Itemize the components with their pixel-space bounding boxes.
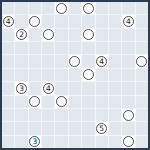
cell-r0c3[interactable] (42, 2, 54, 14)
cell-r1c0[interactable]: 4 (2, 15, 14, 27)
cell-r8c1[interactable] (15, 109, 27, 121)
cell-r8c8[interactable] (109, 109, 121, 121)
cell-r2c6[interactable] (82, 29, 94, 41)
cell-r5c5[interactable] (69, 69, 81, 81)
circle-clue (123, 110, 134, 121)
numbered-circle-clue: 5 (96, 123, 107, 134)
cell-r3c1[interactable] (15, 42, 27, 54)
cell-r8c4[interactable] (55, 109, 67, 121)
cell-r3c9[interactable] (122, 42, 134, 54)
cell-r3c6[interactable] (82, 42, 94, 54)
circle-clue (136, 56, 147, 67)
cell-r0c10[interactable] (136, 2, 148, 14)
cell-r7c10[interactable] (136, 96, 148, 108)
cell-r6c3[interactable]: 4 (42, 82, 54, 94)
cell-r9c8[interactable] (109, 122, 121, 134)
cell-r0c2[interactable] (29, 2, 41, 14)
cell-r8c2[interactable] (29, 109, 41, 121)
cell-r5c3[interactable] (42, 69, 54, 81)
cell-r8c9[interactable] (122, 109, 134, 121)
cell-r7c6[interactable] (82, 96, 94, 108)
cell-r1c3[interactable] (42, 15, 54, 27)
cell-r6c7[interactable] (96, 82, 108, 94)
cell-r4c4[interactable] (55, 55, 67, 67)
circle-clue (83, 3, 94, 14)
cell-r8c5[interactable] (69, 109, 81, 121)
cell-r4c0[interactable] (2, 55, 14, 67)
cell-r6c8[interactable] (109, 82, 121, 94)
cell-r1c5[interactable] (69, 15, 81, 27)
numbered-circle-clue: 3 (29, 136, 40, 147)
cell-r5c8[interactable] (109, 69, 121, 81)
cell-r2c5[interactable] (69, 29, 81, 41)
cell-r4c10[interactable] (136, 55, 148, 67)
cell-r3c8[interactable] (109, 42, 121, 54)
circle-clue (56, 96, 67, 107)
cell-r10c8[interactable] (109, 136, 121, 148)
cell-r4c6[interactable] (82, 55, 94, 67)
cell-r3c7[interactable] (96, 42, 108, 54)
cell-r1c4[interactable] (55, 15, 67, 27)
circle-clue (69, 56, 80, 67)
cell-r10c2[interactable]: 3 (29, 136, 41, 148)
cell-r5c7[interactable] (96, 69, 108, 81)
cell-r0c9[interactable] (122, 2, 134, 14)
cell-r9c3[interactable] (42, 122, 54, 134)
cell-r6c10[interactable] (136, 82, 148, 94)
cell-r9c10[interactable] (136, 122, 148, 134)
cell-r9c2[interactable] (29, 122, 41, 134)
cell-r3c2[interactable] (29, 42, 41, 54)
cell-r2c9[interactable] (122, 29, 134, 41)
cell-r5c1[interactable] (15, 69, 27, 81)
cell-r8c10[interactable] (136, 109, 148, 121)
cell-r3c4[interactable] (55, 42, 67, 54)
cell-r4c3[interactable] (42, 55, 54, 67)
cell-r2c10[interactable] (136, 29, 148, 41)
cell-r0c7[interactable] (96, 2, 108, 14)
cell-r6c1[interactable]: 3 (15, 82, 27, 94)
cell-r2c2[interactable] (29, 29, 41, 41)
cell-r0c5[interactable] (69, 2, 81, 14)
cell-r0c0[interactable] (2, 2, 14, 14)
circle-clue (83, 29, 94, 40)
cell-r8c0[interactable] (2, 109, 14, 121)
cell-r5c9[interactable] (122, 69, 134, 81)
cell-r5c4[interactable] (55, 69, 67, 81)
cell-r1c6[interactable] (82, 15, 94, 27)
cell-r4c5[interactable] (69, 55, 81, 67)
cell-r9c4[interactable] (55, 122, 67, 134)
cell-r0c4[interactable] (55, 2, 67, 14)
cell-r7c9[interactable] (122, 96, 134, 108)
cell-r10c0[interactable] (2, 136, 14, 148)
cell-r8c7[interactable] (96, 109, 108, 121)
cell-r7c3[interactable] (42, 96, 54, 108)
cell-r1c7[interactable] (96, 15, 108, 27)
cell-r9c0[interactable] (2, 122, 14, 134)
cell-r10c3[interactable] (42, 136, 54, 148)
numbered-circle-clue: 4 (43, 83, 54, 94)
cell-r9c7[interactable]: 5 (96, 122, 108, 134)
cell-r9c6[interactable] (82, 122, 94, 134)
circle-clue (29, 96, 40, 107)
cell-r6c9[interactable] (122, 82, 134, 94)
cell-r1c10[interactable] (136, 15, 148, 27)
cell-r8c3[interactable] (42, 109, 54, 121)
circle-clue (29, 16, 40, 27)
circle-clue (56, 3, 67, 14)
cell-r2c4[interactable] (55, 29, 67, 41)
numbered-circle-clue: 2 (16, 29, 27, 40)
cell-r10c9[interactable] (122, 136, 134, 148)
cell-r8c6[interactable] (82, 109, 94, 121)
cell-r7c8[interactable] (109, 96, 121, 108)
cell-r4c8[interactable] (109, 55, 121, 67)
cell-r1c9[interactable]: 4 (122, 15, 134, 27)
cell-r4c1[interactable] (15, 55, 27, 67)
cell-r3c10[interactable] (136, 42, 148, 54)
cell-r7c0[interactable] (2, 96, 14, 108)
circle-clue (43, 29, 54, 40)
cell-r1c2[interactable] (29, 15, 41, 27)
cell-r9c5[interactable] (69, 122, 81, 134)
cell-r9c1[interactable] (15, 122, 27, 134)
cell-r4c9[interactable] (122, 55, 134, 67)
cell-r10c10[interactable] (136, 136, 148, 148)
cell-r4c2[interactable] (29, 55, 41, 67)
cell-r6c0[interactable] (2, 82, 14, 94)
cell-r5c2[interactable] (29, 69, 41, 81)
cell-r6c5[interactable] (69, 82, 81, 94)
cell-r10c4[interactable] (55, 136, 67, 148)
cell-r0c1[interactable] (15, 2, 27, 14)
cell-r0c8[interactable] (109, 2, 121, 14)
cell-r10c7[interactable] (96, 136, 108, 148)
circle-clue (123, 136, 134, 147)
cell-r3c0[interactable] (2, 42, 14, 54)
cell-r2c0[interactable] (2, 29, 14, 41)
cell-r6c6[interactable] (82, 82, 94, 94)
cell-r6c2[interactable] (29, 82, 41, 94)
cell-r10c1[interactable] (15, 136, 27, 148)
cell-r9c9[interactable] (122, 122, 134, 134)
cell-r10c6[interactable] (82, 136, 94, 148)
cell-r2c1[interactable]: 2 (15, 29, 27, 41)
numbered-circle-clue: 4 (96, 56, 107, 67)
circle-clue (83, 69, 94, 80)
cell-r0c6[interactable] (82, 2, 94, 14)
cell-r3c5[interactable] (69, 42, 81, 54)
puzzle-board: 44243453 (0, 0, 150, 150)
cell-r2c8[interactable] (109, 29, 121, 41)
numbered-circle-clue: 4 (3, 16, 14, 27)
cell-r7c4[interactable] (55, 96, 67, 108)
cell-r2c3[interactable] (42, 29, 54, 41)
cell-r5c10[interactable] (136, 69, 148, 81)
numbered-circle-clue: 3 (16, 83, 27, 94)
cell-r4c7[interactable]: 4 (96, 55, 108, 67)
cell-r3c3[interactable] (42, 42, 54, 54)
cell-r7c7[interactable] (96, 96, 108, 108)
cell-r1c1[interactable] (15, 15, 27, 27)
cell-r7c5[interactable] (69, 96, 81, 108)
cell-r5c6[interactable] (82, 69, 94, 81)
cell-r1c8[interactable] (109, 15, 121, 27)
numbered-circle-clue: 4 (123, 16, 134, 27)
cell-r7c2[interactable] (29, 96, 41, 108)
cell-r10c5[interactable] (69, 136, 81, 148)
cell-r7c1[interactable] (15, 96, 27, 108)
cell-r5c0[interactable] (2, 69, 14, 81)
cell-r6c4[interactable] (55, 82, 67, 94)
cell-r2c7[interactable] (96, 29, 108, 41)
